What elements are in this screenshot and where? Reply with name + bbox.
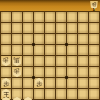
gote-hand-tray: 歩 1 — [0, 0, 100, 11]
shogi-piece-8e[interactable]: 馬 — [12, 56, 22, 66]
star-point — [32, 43, 35, 46]
star-point — [32, 76, 35, 79]
piece-glyph: 歩 — [3, 81, 9, 88]
star-point — [65, 43, 68, 46]
piece-glyph: 歩 — [3, 56, 9, 63]
shogi-piece-9e[interactable]: 歩 — [1, 56, 11, 66]
shogi-piece-6g[interactable]: 歩 — [34, 78, 44, 88]
board[interactable]: 歩馬歩歩歩王香桂銀 — [0, 11, 100, 100]
shogi-app-screen: 歩 1 歩馬歩歩歩王香桂銀 — [0, 0, 100, 100]
shogi-piece-7i[interactable]: 銀 — [23, 97, 33, 100]
piece-glyph: 馬 — [14, 56, 20, 63]
shogi-piece-8i[interactable]: 桂 — [12, 97, 22, 100]
piece-glyph: 歩 — [36, 81, 42, 88]
piece-glyph: 歩 — [14, 67, 20, 74]
shogi-piece-9g[interactable]: 歩 — [1, 78, 11, 88]
star-point — [65, 76, 68, 79]
shogi-piece-8f[interactable]: 歩 — [12, 67, 22, 77]
